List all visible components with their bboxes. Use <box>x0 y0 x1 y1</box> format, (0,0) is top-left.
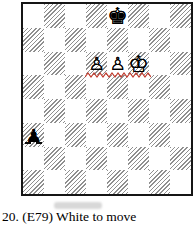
red-squiggle-annotation <box>85 72 151 78</box>
square-f8 <box>128 4 149 28</box>
square-h2 <box>170 147 191 171</box>
square-c6 <box>65 52 86 76</box>
square-c1 <box>65 170 86 194</box>
square-g1 <box>149 170 170 194</box>
square-b8 <box>44 4 65 28</box>
white-pawn-d6: ♙ <box>88 55 104 73</box>
square-a4 <box>23 99 44 123</box>
square-e2 <box>107 147 128 171</box>
square-h6 <box>170 52 191 76</box>
square-e7 <box>107 28 128 52</box>
square-c3 <box>65 123 86 147</box>
square-a1 <box>23 170 44 194</box>
square-c7 <box>65 28 86 52</box>
square-b5 <box>44 75 65 99</box>
square-e5 <box>107 75 128 99</box>
square-c2 <box>65 147 86 171</box>
square-c5 <box>65 75 86 99</box>
square-c8 <box>65 4 86 28</box>
square-d1 <box>86 170 107 194</box>
square-h7 <box>170 28 191 52</box>
square-d5 <box>86 75 107 99</box>
square-f3 <box>128 123 149 147</box>
white-pawn-e6: ♙ <box>109 55 125 73</box>
diagram-caption: 20. (E79) White to move <box>2 209 136 225</box>
square-d2 <box>86 147 107 171</box>
square-f1 <box>128 170 149 194</box>
square-e8: ♚ <box>107 4 128 28</box>
square-a7 <box>23 28 44 52</box>
square-b6 <box>44 52 65 76</box>
board-frame: ♚♙♙♔♟ <box>21 2 193 196</box>
square-d4 <box>86 99 107 123</box>
square-b1 <box>44 170 65 194</box>
square-b2 <box>44 147 65 171</box>
black-king-e8: ♚ <box>107 5 128 28</box>
square-e4 <box>107 99 128 123</box>
square-h1 <box>170 170 191 194</box>
square-h8 <box>170 4 191 28</box>
square-g4 <box>149 99 170 123</box>
square-a2 <box>23 147 44 171</box>
square-f7 <box>128 28 149 52</box>
square-g3 <box>149 123 170 147</box>
square-g5 <box>149 75 170 99</box>
square-h5 <box>170 75 191 99</box>
square-g2 <box>149 147 170 171</box>
square-e3 <box>107 123 128 147</box>
board: ♚♙♙♔♟ <box>23 4 191 194</box>
square-a5 <box>23 75 44 99</box>
square-b7 <box>44 28 65 52</box>
square-d8 <box>86 4 107 28</box>
square-g8 <box>149 4 170 28</box>
square-d7 <box>86 28 107 52</box>
square-f4 <box>128 99 149 123</box>
square-h4 <box>170 99 191 123</box>
square-e1 <box>107 170 128 194</box>
square-b4 <box>44 99 65 123</box>
square-g7 <box>149 28 170 52</box>
square-a6 <box>23 52 44 76</box>
square-h3 <box>170 123 191 147</box>
square-f2 <box>128 147 149 171</box>
square-c4 <box>65 99 86 123</box>
square-f5 <box>128 75 149 99</box>
square-g6 <box>149 52 170 76</box>
chess-diagram-page: ♚♙♙♔♟ 20. (E79) White to move <box>0 0 196 233</box>
pawn-base-dashes <box>25 142 42 144</box>
square-d3 <box>86 123 107 147</box>
square-a8 <box>23 4 44 28</box>
square-b3 <box>44 123 65 147</box>
print-smudge <box>54 202 102 209</box>
